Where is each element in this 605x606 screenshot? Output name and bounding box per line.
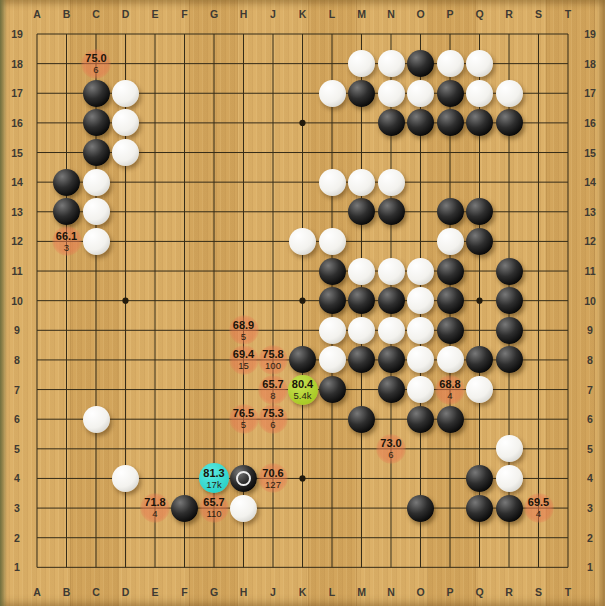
candidate-move-c18[interactable]: 75.06 <box>81 49 111 79</box>
coord-label: D <box>122 586 130 598</box>
stone-black <box>437 258 464 285</box>
stone-white <box>378 50 405 77</box>
stone-black <box>348 287 375 314</box>
coord-label: 18 <box>584 58 596 70</box>
candidate-winrate: 65.7 <box>203 497 224 508</box>
coord-label: G <box>210 8 218 20</box>
coord-label: C <box>92 8 100 20</box>
candidate-winrate: 68.8 <box>439 379 460 390</box>
coord-label: A <box>33 8 41 20</box>
coord-label: N <box>387 8 395 20</box>
stone-white <box>378 258 405 285</box>
stone-black <box>289 346 316 373</box>
candidate-move-j4[interactable]: 70.6127 <box>258 463 288 493</box>
stone-white <box>319 317 346 344</box>
stone-white <box>112 465 139 492</box>
coord-label: 12 <box>11 235 23 247</box>
coord-label: 6 <box>587 413 593 425</box>
stone-white <box>466 50 493 77</box>
candidate-winrate: 65.7 <box>262 379 283 390</box>
coord-label: 1 <box>14 561 20 573</box>
stone-white <box>407 80 434 107</box>
coord-label: 7 <box>14 384 20 396</box>
coord-label: R <box>505 8 513 20</box>
stone-black <box>496 495 523 522</box>
stone-black <box>53 198 80 225</box>
coord-label: 13 <box>11 206 23 218</box>
stone-black <box>348 406 375 433</box>
coord-label: N <box>387 586 395 598</box>
coord-label: 14 <box>11 176 23 188</box>
stone-black <box>319 258 346 285</box>
stone-white <box>230 495 257 522</box>
coord-label: C <box>92 586 100 598</box>
stone-black <box>437 80 464 107</box>
stone-black <box>378 346 405 373</box>
candidate-winrate: 81.3 <box>203 468 224 479</box>
coord-label: B <box>63 8 71 20</box>
coord-label: 16 <box>584 117 596 129</box>
candidate-move-j6[interactable]: 75.36 <box>258 404 288 434</box>
stone-black <box>407 109 434 136</box>
candidate-visits: 6 <box>270 420 275 430</box>
coord-label: B <box>63 586 71 598</box>
coord-label: 10 <box>584 295 596 307</box>
candidate-move-h8[interactable]: 69.415 <box>229 345 259 375</box>
candidate-visits: 8 <box>270 391 275 401</box>
candidate-winrate: 75.0 <box>85 53 106 64</box>
stone-white <box>348 317 375 344</box>
coord-label: J <box>270 586 276 598</box>
stone-black <box>83 80 110 107</box>
stone-white <box>407 258 434 285</box>
candidate-visits: 100 <box>265 361 281 371</box>
stone-white <box>496 465 523 492</box>
stone-white <box>378 80 405 107</box>
stone-white <box>348 169 375 196</box>
coord-label: 10 <box>11 295 23 307</box>
stone-black <box>319 287 346 314</box>
coord-label: 4 <box>14 472 20 484</box>
coord-label: G <box>210 586 218 598</box>
candidate-visits: 4 <box>152 509 157 519</box>
stone-black <box>230 465 257 492</box>
stone-white <box>466 80 493 107</box>
coord-label: 11 <box>11 265 22 277</box>
candidate-winrate: 75.3 <box>262 408 283 419</box>
coord-label: R <box>505 586 513 598</box>
stone-white <box>289 228 316 255</box>
coord-label: 7 <box>587 384 593 396</box>
stone-white <box>407 376 434 403</box>
coord-label: 14 <box>584 176 596 188</box>
stone-white <box>83 406 110 433</box>
stone-black <box>437 287 464 314</box>
stone-black <box>437 317 464 344</box>
coord-label: 5 <box>587 443 593 455</box>
coord-label: 13 <box>584 206 596 218</box>
stone-black <box>53 169 80 196</box>
coord-label: 2 <box>14 532 20 544</box>
stone-black <box>466 109 493 136</box>
stone-black <box>466 346 493 373</box>
stone-black <box>319 376 346 403</box>
last-move-marker-icon <box>236 471 251 486</box>
candidate-visits: 5 <box>241 420 246 430</box>
coord-label: K <box>299 586 307 598</box>
stone-white <box>112 139 139 166</box>
candidate-move-n5[interactable]: 73.06 <box>376 434 406 464</box>
stone-white <box>407 317 434 344</box>
stone-white <box>83 169 110 196</box>
coord-label: 15 <box>11 147 23 159</box>
stone-black <box>407 406 434 433</box>
candidate-winrate: 66.1 <box>56 231 77 242</box>
stone-black <box>378 198 405 225</box>
candidate-winrate: 71.8 <box>144 497 165 508</box>
candidate-move-j7[interactable]: 65.78 <box>258 375 288 405</box>
stone-white <box>112 80 139 107</box>
coord-label: H <box>240 586 248 598</box>
stone-white <box>83 198 110 225</box>
candidate-move-g3[interactable]: 65.7110 <box>199 493 229 523</box>
stone-white <box>319 346 346 373</box>
stone-black <box>348 346 375 373</box>
coord-label: 3 <box>14 502 20 514</box>
stone-black <box>348 80 375 107</box>
stone-black <box>496 346 523 373</box>
candidate-winrate: 69.4 <box>233 349 254 360</box>
candidate-move-h9[interactable]: 68.95 <box>229 315 259 345</box>
candidate-winrate: 68.9 <box>233 320 254 331</box>
candidate-move-s3[interactable]: 69.54 <box>524 493 554 523</box>
candidate-visits: 17k <box>206 480 221 490</box>
coord-label: D <box>122 8 130 20</box>
candidate-visits: 5.4k <box>294 391 312 401</box>
stone-white <box>378 169 405 196</box>
stone-black <box>466 495 493 522</box>
stone-black <box>437 198 464 225</box>
coord-label: 8 <box>14 354 20 366</box>
stone-black <box>407 50 434 77</box>
coord-label: S <box>535 8 542 20</box>
stone-white <box>437 228 464 255</box>
stone-black <box>496 109 523 136</box>
coord-label: 4 <box>587 472 593 484</box>
coord-label: 17 <box>11 87 23 99</box>
coord-label: T <box>565 586 571 598</box>
candidate-visits: 110 <box>206 509 221 519</box>
stone-white <box>319 80 346 107</box>
candidate-move-e3[interactable]: 71.84 <box>140 493 170 523</box>
stone-white <box>496 435 523 462</box>
candidate-move-g4[interactable]: 81.317k <box>199 463 229 493</box>
stone-white <box>348 50 375 77</box>
coord-label: 9 <box>14 324 20 336</box>
stone-black <box>348 198 375 225</box>
candidate-move-b12[interactable]: 66.13 <box>52 226 82 256</box>
stone-black <box>466 228 493 255</box>
candidate-move-k7[interactable]: 80.45.4k <box>288 375 318 405</box>
coord-label: E <box>151 8 158 20</box>
stone-black <box>378 376 405 403</box>
stone-white <box>83 228 110 255</box>
coord-label: 19 <box>584 28 596 40</box>
board-intersections[interactable]: 81.317k80.45.4k75.0666.1368.9569.41575.8… <box>22 19 583 582</box>
coord-label: 1 <box>587 561 593 573</box>
candidate-visits: 3 <box>64 243 69 253</box>
candidate-winrate: 80.4 <box>292 379 313 390</box>
stone-black <box>496 258 523 285</box>
coord-label: 16 <box>11 117 23 129</box>
coord-label: O <box>416 586 424 598</box>
coord-label: 3 <box>587 502 593 514</box>
coord-label: 8 <box>587 354 593 366</box>
coord-label: E <box>151 586 158 598</box>
stone-white <box>407 287 434 314</box>
candidate-move-p7[interactable]: 68.84 <box>435 375 465 405</box>
stone-white <box>348 258 375 285</box>
stone-white <box>437 346 464 373</box>
coord-label: S <box>535 586 542 598</box>
coord-label: H <box>240 8 248 20</box>
stone-white <box>319 228 346 255</box>
stone-black <box>466 198 493 225</box>
stone-black <box>378 287 405 314</box>
coord-label: 17 <box>584 87 596 99</box>
coord-label: K <box>299 8 307 20</box>
stone-black <box>437 406 464 433</box>
coord-label: 9 <box>587 324 593 336</box>
coord-label: 5 <box>14 443 20 455</box>
candidate-visits: 6 <box>388 450 393 460</box>
coord-label: T <box>565 8 571 20</box>
go-board-screen: ABCDEFGHJKLMNOPQRST ABCDEFGHJKLMNOPQRST … <box>0 0 605 606</box>
candidate-visits: 4 <box>536 509 541 519</box>
stone-black <box>83 109 110 136</box>
candidate-move-h6[interactable]: 76.55 <box>229 404 259 434</box>
coord-label: L <box>329 586 335 598</box>
stone-black <box>437 109 464 136</box>
coord-label: 12 <box>584 235 596 247</box>
candidate-visits: 5 <box>241 332 246 342</box>
candidate-visits: 6 <box>93 65 98 75</box>
coord-label: Q <box>475 586 483 598</box>
coord-label: P <box>446 8 453 20</box>
coord-label: M <box>357 586 366 598</box>
stone-white <box>378 317 405 344</box>
coord-label: M <box>357 8 366 20</box>
candidate-visits: 15 <box>238 361 249 371</box>
coord-label: P <box>446 586 453 598</box>
coord-label: 11 <box>584 265 595 277</box>
coord-label: A <box>33 586 41 598</box>
stone-white <box>466 376 493 403</box>
coord-label: 6 <box>14 413 20 425</box>
candidate-winrate: 73.0 <box>380 438 401 449</box>
coord-label: F <box>181 8 187 20</box>
candidate-winrate: 75.8 <box>262 349 283 360</box>
stone-black <box>171 495 198 522</box>
candidate-winrate: 69.5 <box>528 497 549 508</box>
stone-black <box>378 109 405 136</box>
stone-white <box>112 109 139 136</box>
candidate-winrate: 70.6 <box>262 468 283 479</box>
coord-label: J <box>270 8 276 20</box>
stone-black <box>496 317 523 344</box>
stone-black <box>407 495 434 522</box>
coord-label: F <box>181 586 187 598</box>
stone-white <box>437 50 464 77</box>
candidate-visits: 127 <box>265 480 281 490</box>
coord-label: 18 <box>11 58 23 70</box>
coord-label: 19 <box>11 28 23 40</box>
coord-label: 2 <box>587 532 593 544</box>
stone-black <box>466 465 493 492</box>
coord-label: 15 <box>584 147 596 159</box>
stone-black <box>496 287 523 314</box>
coord-label: L <box>329 8 335 20</box>
stone-white <box>319 169 346 196</box>
candidate-visits: 4 <box>447 391 452 401</box>
candidate-move-j8[interactable]: 75.8100 <box>258 345 288 375</box>
stone-white <box>407 346 434 373</box>
coord-label: Q <box>475 8 483 20</box>
candidate-winrate: 76.5 <box>233 408 254 419</box>
coord-label: O <box>416 8 424 20</box>
stone-black <box>83 139 110 166</box>
stone-white <box>496 80 523 107</box>
